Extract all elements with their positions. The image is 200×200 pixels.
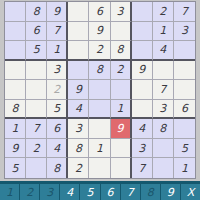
cell-r5c5[interactable] [89,80,110,100]
cell-r7c2[interactable]: 7 [26,119,47,139]
cell-r7c3[interactable]: 6 [47,119,68,139]
cell-r2c2[interactable]: 6 [26,22,47,42]
cell-r2c7[interactable] [132,22,153,42]
cell-r8c3[interactable]: 4 [47,139,68,159]
cell-r6c8[interactable]: 3 [153,100,174,120]
cell-r3c9[interactable] [174,41,195,61]
cell-r9c3[interactable]: 8 [47,158,68,178]
cell-r8c1[interactable]: 9 [5,139,26,159]
cell-r8c2[interactable]: 2 [26,139,47,159]
cell-r8c8[interactable] [153,139,174,159]
cell-r6c3[interactable]: 5 [47,100,68,120]
cell-r7c5[interactable] [89,119,110,139]
cell-r3c4[interactable] [68,41,89,61]
cell-r5c7[interactable] [132,80,153,100]
cell-r7c8[interactable]: 8 [153,119,174,139]
cell-r3c3[interactable]: 1 [47,41,68,61]
cell-r5c4[interactable]: 9 [68,80,89,100]
cell-r7c1[interactable]: 1 [5,119,26,139]
cell-r1c9[interactable]: 7 [174,2,195,22]
cell-r6c6[interactable]: 1 [111,100,132,120]
cell-r1c6[interactable]: 3 [111,2,132,22]
cell-r1c1[interactable] [5,2,26,22]
sudoku-board: 8963276791351284382929785413617639489248… [4,1,196,179]
cell-r9c6[interactable] [111,158,132,178]
cell-r2c4[interactable] [68,22,89,42]
erase-button[interactable]: X [181,184,200,200]
cell-r8c5[interactable]: 1 [89,139,110,159]
cell-r4c7[interactable]: 9 [132,61,153,81]
cell-r1c7[interactable] [132,2,153,22]
numpad-button-4[interactable]: 4 [60,184,79,200]
cell-r9c4[interactable]: 2 [68,158,89,178]
numpad-button-1[interactable]: 1 [0,184,19,200]
cell-r4c4[interactable] [68,61,89,81]
cell-r5c3[interactable]: 2 [47,80,68,100]
number-pad: 123456789X [0,181,200,200]
cell-r1c2[interactable]: 8 [26,2,47,22]
cell-r6c1[interactable]: 8 [5,100,26,120]
numpad-button-2[interactable]: 2 [20,184,39,200]
cell-r2c5[interactable]: 9 [89,22,110,42]
cell-r7c4[interactable]: 3 [68,119,89,139]
cell-r4c8[interactable] [153,61,174,81]
cell-r5c2[interactable] [26,80,47,100]
cell-r4c2[interactable] [26,61,47,81]
cell-r9c1[interactable]: 5 [5,158,26,178]
cell-r3c8[interactable]: 4 [153,41,174,61]
cell-r7c7[interactable]: 4 [132,119,153,139]
cell-r3c1[interactable] [5,41,26,61]
cell-r2c3[interactable]: 7 [47,22,68,42]
cell-r1c3[interactable]: 9 [47,2,68,22]
cell-r8c4[interactable]: 8 [68,139,89,159]
cell-r4c9[interactable] [174,61,195,81]
numpad-button-5[interactable]: 5 [80,184,99,200]
cell-r4c6[interactable]: 2 [111,61,132,81]
cell-r5c9[interactable] [174,80,195,100]
cell-r9c8[interactable] [153,158,174,178]
numpad-button-7[interactable]: 7 [121,184,140,200]
numpad-button-8[interactable]: 8 [141,184,160,200]
cell-r2c6[interactable] [111,22,132,42]
cell-r3c5[interactable]: 2 [89,41,110,61]
cell-r6c7[interactable] [132,100,153,120]
cell-r9c2[interactable] [26,158,47,178]
cell-r2c9[interactable]: 3 [174,22,195,42]
cell-r7c6[interactable]: 9 [111,119,132,139]
numpad-button-9[interactable]: 9 [161,184,180,200]
cell-r6c4[interactable]: 4 [68,100,89,120]
cell-r2c8[interactable]: 1 [153,22,174,42]
cell-r4c3[interactable]: 3 [47,61,68,81]
cell-r8c9[interactable]: 5 [174,139,195,159]
cell-r4c1[interactable] [5,61,26,81]
cell-r5c1[interactable] [5,80,26,100]
cell-r3c7[interactable] [132,41,153,61]
cell-r8c7[interactable]: 3 [132,139,153,159]
cell-r6c2[interactable] [26,100,47,120]
cell-r4c5[interactable]: 8 [89,61,110,81]
cell-r6c9[interactable]: 6 [174,100,195,120]
cell-r9c5[interactable] [89,158,110,178]
cell-r7c9[interactable] [174,119,195,139]
cell-r3c6[interactable]: 8 [111,41,132,61]
cell-r9c7[interactable]: 7 [132,158,153,178]
cell-r1c8[interactable]: 2 [153,2,174,22]
numpad-button-6[interactable]: 6 [101,184,120,200]
numpad-button-3[interactable]: 3 [40,184,59,200]
cell-r9c9[interactable]: 1 [174,158,195,178]
cell-r6c5[interactable] [89,100,110,120]
cell-r1c4[interactable] [68,2,89,22]
cell-r3c2[interactable]: 5 [26,41,47,61]
cell-r1c5[interactable]: 6 [89,2,110,22]
cell-r2c1[interactable] [5,22,26,42]
cell-r5c6[interactable] [111,80,132,100]
cell-r8c6[interactable] [111,139,132,159]
cell-r5c8[interactable]: 7 [153,80,174,100]
